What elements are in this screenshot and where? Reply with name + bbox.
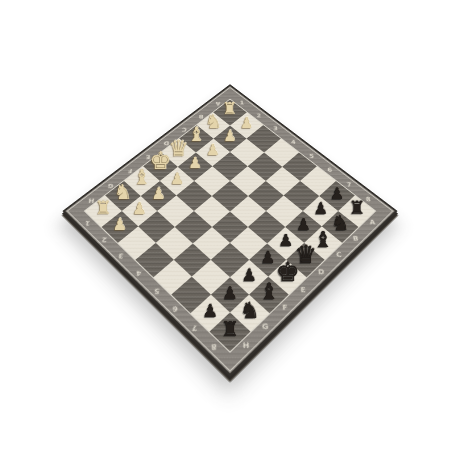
chess-board: 12345678 12345678 ABCDEFGH ABCDEFGH xyxy=(62,84,397,376)
board-squares xyxy=(85,100,375,352)
board-scene: 12345678 12345678 ABCDEFGH ABCDEFGH xyxy=(0,0,452,452)
product-photo-stage: 12345678 12345678 ABCDEFGH ABCDEFGH ♜♞♝♛… xyxy=(0,0,452,452)
